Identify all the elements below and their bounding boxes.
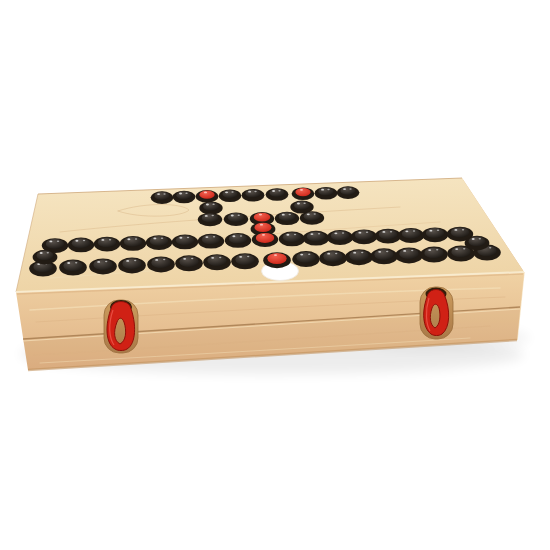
black-peg[interactable] bbox=[172, 235, 198, 250]
ribbon-clasp-left[interactable] bbox=[104, 300, 138, 353]
black-peg[interactable] bbox=[203, 254, 231, 270]
black-peg[interactable] bbox=[300, 211, 324, 224]
black-peg[interactable] bbox=[465, 236, 490, 251]
black-peg[interactable] bbox=[146, 235, 172, 250]
black-peg[interactable] bbox=[420, 247, 448, 263]
black-peg[interactable] bbox=[303, 231, 329, 246]
red-peg[interactable] bbox=[252, 232, 278, 247]
black-peg[interactable] bbox=[375, 229, 401, 244]
black-peg[interactable] bbox=[231, 253, 259, 269]
black-peg[interactable] bbox=[198, 213, 222, 226]
black-peg[interactable] bbox=[198, 234, 224, 249]
black-peg[interactable] bbox=[242, 189, 265, 202]
wooden-peg-game-box bbox=[0, 0, 550, 550]
black-peg[interactable] bbox=[68, 238, 94, 253]
red-peg[interactable] bbox=[263, 252, 291, 268]
black-peg[interactable] bbox=[351, 229, 377, 244]
black-peg[interactable] bbox=[266, 188, 289, 201]
black-peg[interactable] bbox=[279, 232, 305, 247]
black-peg[interactable] bbox=[337, 186, 360, 199]
black-peg[interactable] bbox=[59, 260, 87, 276]
black-peg[interactable] bbox=[199, 202, 222, 215]
black-peg[interactable] bbox=[315, 187, 338, 200]
black-peg[interactable] bbox=[292, 251, 320, 267]
black-peg[interactable] bbox=[319, 250, 347, 266]
black-peg[interactable] bbox=[224, 213, 248, 226]
black-peg[interactable] bbox=[120, 236, 146, 251]
black-peg[interactable] bbox=[89, 258, 117, 274]
black-peg[interactable] bbox=[345, 249, 373, 265]
black-peg[interactable] bbox=[395, 247, 423, 263]
black-peg[interactable] bbox=[94, 237, 120, 252]
black-peg[interactable] bbox=[147, 256, 175, 272]
black-peg[interactable] bbox=[151, 191, 174, 204]
black-peg[interactable] bbox=[398, 228, 424, 243]
ribbon-clasp-right[interactable] bbox=[420, 287, 453, 339]
black-peg[interactable] bbox=[422, 227, 448, 242]
product-photo bbox=[0, 0, 550, 550]
black-peg[interactable] bbox=[219, 190, 242, 203]
red-peg[interactable] bbox=[292, 188, 315, 201]
red-peg[interactable] bbox=[196, 190, 219, 203]
black-peg[interactable] bbox=[33, 250, 58, 265]
black-peg[interactable] bbox=[275, 212, 299, 225]
black-peg[interactable] bbox=[118, 257, 146, 273]
black-peg[interactable] bbox=[175, 255, 203, 271]
black-peg[interactable] bbox=[327, 230, 353, 245]
black-peg[interactable] bbox=[370, 248, 398, 264]
black-peg[interactable] bbox=[173, 191, 196, 204]
black-peg[interactable] bbox=[225, 233, 251, 248]
